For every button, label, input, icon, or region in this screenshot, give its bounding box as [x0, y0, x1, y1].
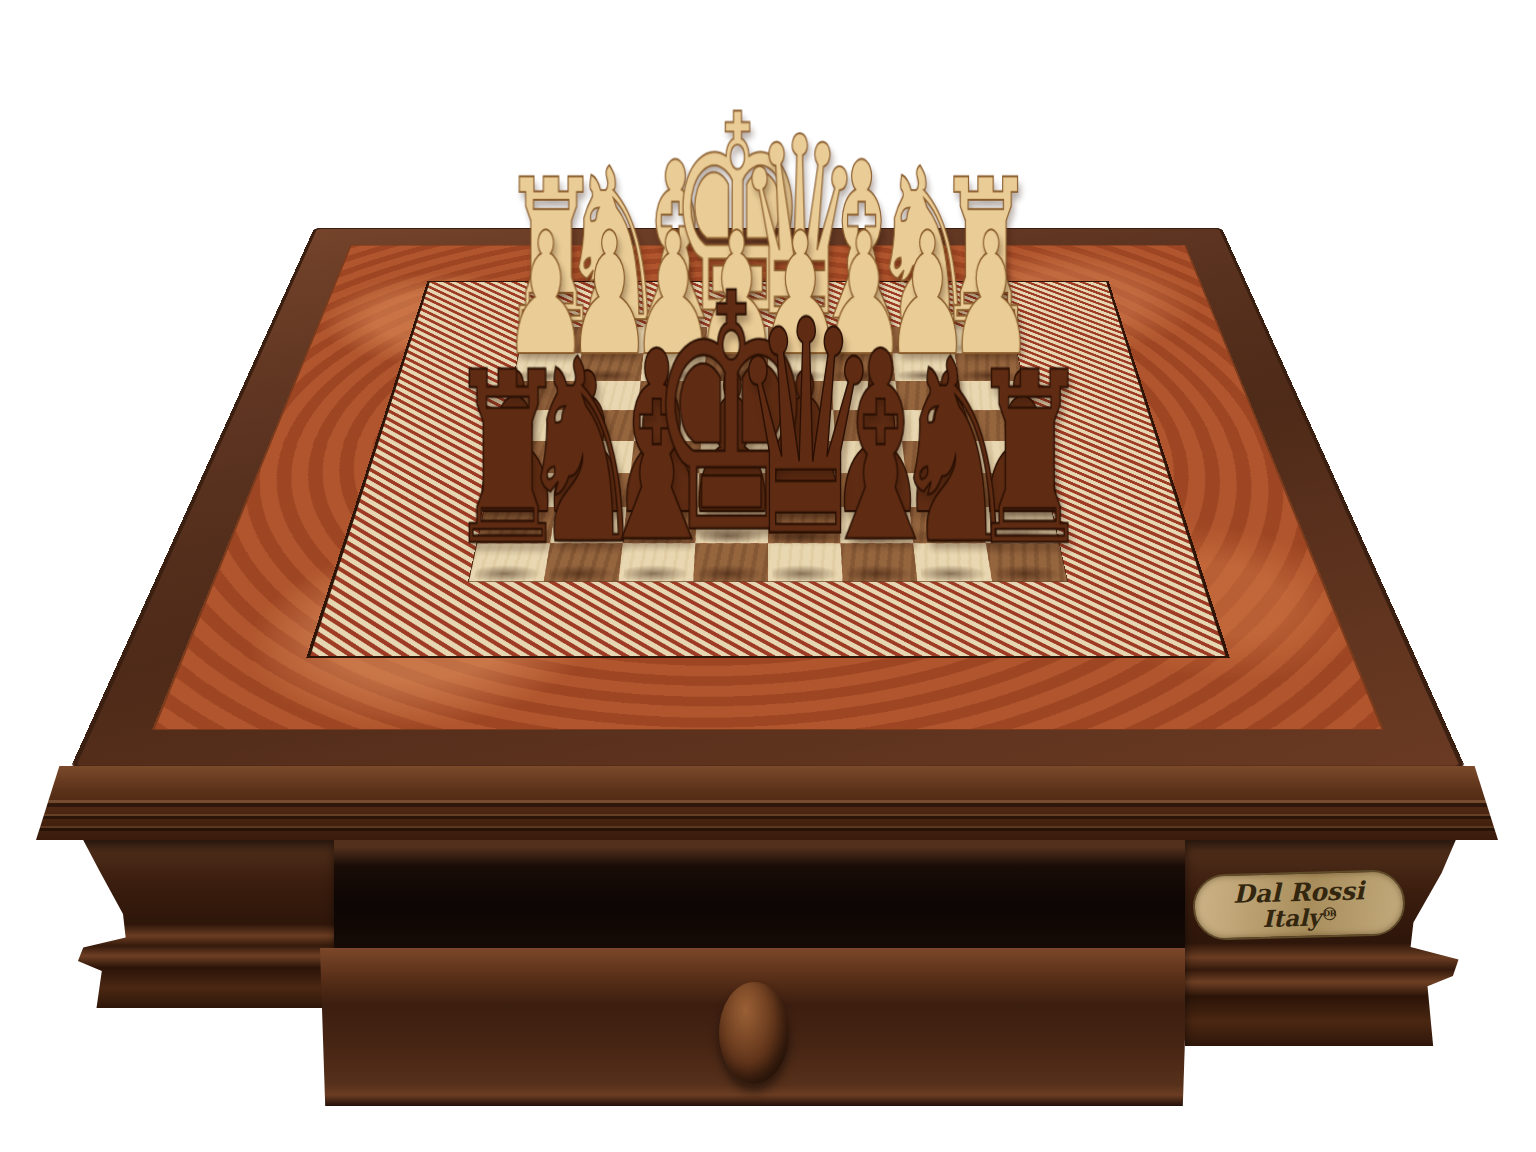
piece-black-rook[interactable]: ♜ [968, 341, 1090, 579]
board-burl-border: ♜♞♝♚♛♝♞♜♟♟♟♟♟♟♟♟♟♟♟♟♟♟♟♟♜♞♝♚♛♝♞♜ [152, 245, 1385, 730]
case-top-molding [36, 766, 1498, 840]
drawer-opening [334, 840, 1186, 956]
product-photo-stage: ♜♞♝♚♛♝♞♜♟♟♟♟♟♟♟♟♟♟♟♟♟♟♟♟♜♞♝♚♛♝♞♜ Dal Ros… [0, 0, 1536, 1152]
chess-board: ♜♞♝♚♛♝♞♜♟♟♟♟♟♟♟♟♟♟♟♟♟♟♟♟♜♞♝♚♛♝♞♜ [70, 228, 1466, 769]
board-inlay-lace-border: ♜♞♝♚♛♝♞♜♟♟♟♟♟♟♟♟♟♟♟♟♟♟♟♟♜♞♝♚♛♝♞♜ [306, 281, 1230, 658]
square-a8[interactable]: ♜ [986, 543, 1067, 581]
case-left-leg [70, 840, 335, 1008]
drawer-knob[interactable] [719, 982, 789, 1084]
board-outer-frame: ♜♞♝♚♛♝♞♜♟♟♟♟♟♟♟♟♟♟♟♟♟♟♟♟♜♞♝♚♛♝♞♜ [70, 228, 1466, 769]
brand-plaque: Dal Rossi Italy DR [1192, 869, 1406, 941]
brand-trademark-icon: DR [1323, 907, 1336, 920]
brand-plaque-line2: Italy DR [1262, 905, 1336, 931]
board-grid: ♜♞♝♚♛♝♞♜♟♟♟♟♟♟♟♟♟♟♟♟♟♟♟♟♜♞♝♚♛♝♞♜ [468, 327, 1068, 582]
case-right-leg: Dal Rossi Italy DR [1185, 840, 1467, 1046]
